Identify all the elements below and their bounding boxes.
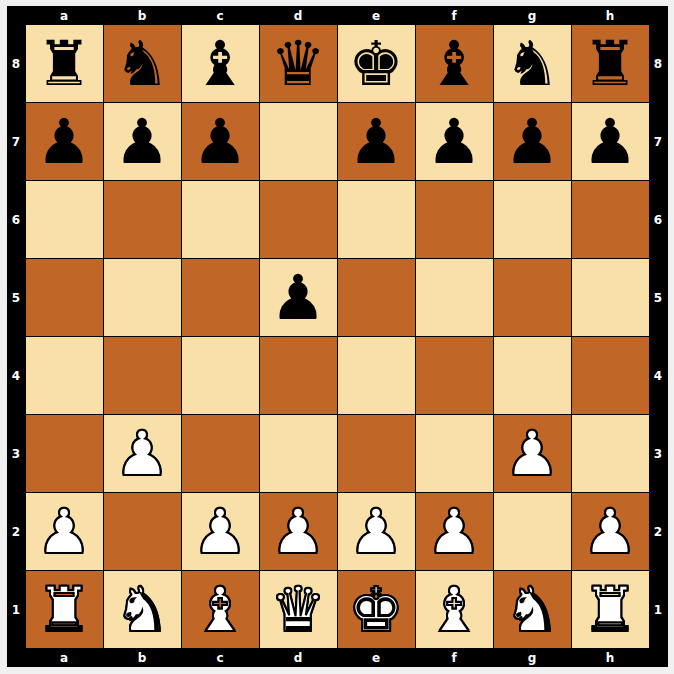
- rank-label-4: 4: [649, 337, 668, 414]
- file-label-d: d: [260, 6, 337, 25]
- square-f4[interactable]: [416, 337, 493, 414]
- black-rook[interactable]: ♜: [36, 33, 92, 95]
- file-labels-top: abcdefgh: [26, 6, 649, 25]
- file-label-h: h: [572, 6, 649, 25]
- black-king[interactable]: ♚: [348, 33, 404, 95]
- black-bishop[interactable]: ♝: [192, 33, 248, 95]
- square-g2[interactable]: [494, 493, 571, 570]
- white-knight[interactable]: ♞: [114, 579, 170, 641]
- file-label-b: b: [104, 648, 181, 667]
- square-g4[interactable]: [494, 337, 571, 414]
- square-g3[interactable]: ♟: [494, 415, 571, 492]
- rank-label-6: 6: [649, 181, 668, 258]
- rank-label-7: 7: [649, 103, 668, 180]
- square-d2[interactable]: ♟: [260, 493, 337, 570]
- square-f2[interactable]: ♟: [416, 493, 493, 570]
- square-c2[interactable]: ♟: [182, 493, 259, 570]
- file-labels-bottom: abcdefgh: [26, 648, 649, 667]
- square-g6[interactable]: [494, 181, 571, 258]
- square-c1[interactable]: ♝: [182, 571, 259, 648]
- black-queen[interactable]: ♛: [270, 33, 326, 95]
- file-label-b: b: [104, 6, 181, 25]
- file-label-f: f: [416, 648, 493, 667]
- square-b6[interactable]: [104, 181, 181, 258]
- square-a3[interactable]: [26, 415, 103, 492]
- square-b7[interactable]: ♟: [104, 103, 181, 180]
- rank-label-8: 8: [7, 25, 26, 102]
- rank-label-8: 8: [649, 25, 668, 102]
- square-g1[interactable]: ♞: [494, 571, 571, 648]
- square-d6[interactable]: [260, 181, 337, 258]
- file-label-g: g: [494, 648, 571, 667]
- white-pawn[interactable]: ♟: [36, 501, 92, 563]
- black-pawn[interactable]: ♟: [192, 111, 248, 173]
- square-d7[interactable]: [260, 103, 337, 180]
- square-a8[interactable]: ♜: [26, 25, 103, 102]
- rank-labels-right: 87654321: [649, 25, 668, 648]
- square-e2[interactable]: ♟: [338, 493, 415, 570]
- rank-label-3: 3: [7, 415, 26, 492]
- file-label-d: d: [260, 648, 337, 667]
- square-d1[interactable]: ♛: [260, 571, 337, 648]
- square-b2[interactable]: [104, 493, 181, 570]
- file-label-c: c: [182, 648, 259, 667]
- square-c5[interactable]: [182, 259, 259, 336]
- frame-corner-bottom-left: [7, 648, 26, 667]
- file-label-a: a: [26, 648, 103, 667]
- square-b1[interactable]: ♞: [104, 571, 181, 648]
- white-pawn[interactable]: ♟: [348, 501, 404, 563]
- black-knight[interactable]: ♞: [504, 33, 560, 95]
- white-rook[interactable]: ♜: [36, 579, 92, 641]
- square-f5[interactable]: [416, 259, 493, 336]
- square-d5[interactable]: ♟: [260, 259, 337, 336]
- square-b5[interactable]: [104, 259, 181, 336]
- rank-label-5: 5: [7, 259, 26, 336]
- black-knight[interactable]: ♞: [114, 33, 170, 95]
- white-pawn[interactable]: ♟: [114, 423, 170, 485]
- chess-board: ♜♞♝♛♚♝♞♜♟♟♟♟♟♟♟♟♟♟♟♟♟♟♟♟♜♞♝♛♚♝♞♜: [26, 25, 649, 648]
- black-pawn[interactable]: ♟: [582, 111, 638, 173]
- square-e4[interactable]: [338, 337, 415, 414]
- white-bishop[interactable]: ♝: [192, 579, 248, 641]
- rank-labels-left: 87654321: [7, 25, 26, 648]
- square-b8[interactable]: ♞: [104, 25, 181, 102]
- square-a1[interactable]: ♜: [26, 571, 103, 648]
- square-e5[interactable]: [338, 259, 415, 336]
- square-g8[interactable]: ♞: [494, 25, 571, 102]
- white-king[interactable]: ♚: [348, 579, 404, 641]
- square-f7[interactable]: ♟: [416, 103, 493, 180]
- white-pawn[interactable]: ♟: [270, 501, 326, 563]
- black-rook[interactable]: ♜: [582, 33, 638, 95]
- white-pawn[interactable]: ♟: [582, 501, 638, 563]
- square-d8[interactable]: ♛: [260, 25, 337, 102]
- rank-label-4: 4: [7, 337, 26, 414]
- black-pawn[interactable]: ♟: [504, 111, 560, 173]
- file-label-g: g: [494, 6, 571, 25]
- square-e3[interactable]: [338, 415, 415, 492]
- square-c7[interactable]: ♟: [182, 103, 259, 180]
- white-queen[interactable]: ♛: [270, 579, 326, 641]
- square-h5[interactable]: [572, 259, 649, 336]
- black-bishop[interactable]: ♝: [426, 33, 482, 95]
- square-a7[interactable]: ♟: [26, 103, 103, 180]
- file-label-e: e: [338, 6, 415, 25]
- white-rook[interactable]: ♜: [582, 579, 638, 641]
- square-e7[interactable]: ♟: [338, 103, 415, 180]
- rank-label-2: 2: [649, 493, 668, 570]
- rank-label-6: 6: [7, 181, 26, 258]
- square-f8[interactable]: ♝: [416, 25, 493, 102]
- square-f3[interactable]: [416, 415, 493, 492]
- square-h1[interactable]: ♜: [572, 571, 649, 648]
- square-c3[interactable]: [182, 415, 259, 492]
- square-h2[interactable]: ♟: [572, 493, 649, 570]
- square-c4[interactable]: [182, 337, 259, 414]
- white-pawn[interactable]: ♟: [504, 423, 560, 485]
- black-pawn[interactable]: ♟: [114, 111, 170, 173]
- square-a6[interactable]: [26, 181, 103, 258]
- square-f1[interactable]: ♝: [416, 571, 493, 648]
- frame-corner-bottom-right: [649, 648, 668, 667]
- file-label-a: a: [26, 6, 103, 25]
- rank-label-1: 1: [649, 571, 668, 648]
- chess-board-frame: abcdefgh 87654321 ♜♞♝♛♚♝♞♜♟♟♟♟♟♟♟♟♟♟♟♟♟♟…: [7, 6, 668, 667]
- rank-label-7: 7: [7, 103, 26, 180]
- square-a4[interactable]: [26, 337, 103, 414]
- square-g5[interactable]: [494, 259, 571, 336]
- black-pawn[interactable]: ♟: [348, 111, 404, 173]
- square-h8[interactable]: ♜: [572, 25, 649, 102]
- square-f6[interactable]: [416, 181, 493, 258]
- white-pawn[interactable]: ♟: [192, 501, 248, 563]
- square-e1[interactable]: ♚: [338, 571, 415, 648]
- square-c8[interactable]: ♝: [182, 25, 259, 102]
- file-label-c: c: [182, 6, 259, 25]
- square-b4[interactable]: [104, 337, 181, 414]
- frame-corner-top-left: [7, 6, 26, 25]
- square-h7[interactable]: ♟: [572, 103, 649, 180]
- square-h3[interactable]: [572, 415, 649, 492]
- black-pawn[interactable]: ♟: [426, 111, 482, 173]
- square-a2[interactable]: ♟: [26, 493, 103, 570]
- square-d3[interactable]: [260, 415, 337, 492]
- file-label-e: e: [338, 648, 415, 667]
- square-h6[interactable]: [572, 181, 649, 258]
- frame-corner-top-right: [649, 6, 668, 25]
- rank-label-1: 1: [7, 571, 26, 648]
- file-label-f: f: [416, 6, 493, 25]
- white-knight[interactable]: ♞: [504, 579, 560, 641]
- square-c6[interactable]: [182, 181, 259, 258]
- square-b3[interactable]: ♟: [104, 415, 181, 492]
- rank-label-5: 5: [649, 259, 668, 336]
- rank-label-3: 3: [649, 415, 668, 492]
- square-h4[interactable]: [572, 337, 649, 414]
- file-label-h: h: [572, 648, 649, 667]
- square-g7[interactable]: ♟: [494, 103, 571, 180]
- rank-label-2: 2: [7, 493, 26, 570]
- square-d4[interactable]: [260, 337, 337, 414]
- white-bishop[interactable]: ♝: [426, 579, 482, 641]
- black-pawn[interactable]: ♟: [270, 267, 326, 329]
- square-e8[interactable]: ♚: [338, 25, 415, 102]
- square-a5[interactable]: [26, 259, 103, 336]
- black-pawn[interactable]: ♟: [36, 111, 92, 173]
- white-pawn[interactable]: ♟: [426, 501, 482, 563]
- square-e6[interactable]: [338, 181, 415, 258]
